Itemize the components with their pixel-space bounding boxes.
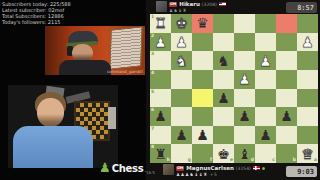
square-d2[interactable] [234, 33, 255, 52]
piece-white-p[interactable]: ♟ [301, 35, 314, 49]
rank-label: 4 [151, 71, 154, 76]
square-c4[interactable] [255, 70, 276, 89]
rank-label: 6 [151, 108, 154, 113]
norway-flag-icon [253, 166, 260, 170]
piece-black-p[interactable]: ♟ [175, 128, 188, 142]
square-b4[interactable] [276, 70, 297, 89]
stream-screen: Subscribers today: 225/588 Latest subscr… [0, 0, 320, 180]
piece-black-b[interactable]: ♝ [238, 147, 251, 161]
square-a3[interactable] [297, 51, 318, 70]
square-d7[interactable] [234, 126, 255, 145]
square-g8[interactable]: g [171, 144, 192, 163]
square-e8[interactable]: e♚ [213, 144, 234, 163]
logo-text: Chess [112, 163, 144, 174]
square-d8[interactable]: d♝ [234, 144, 255, 163]
window-blinds [109, 26, 142, 70]
top-title-badge: GM [169, 2, 177, 7]
square-b7[interactable] [276, 126, 297, 145]
chess-board[interactable]: 1♜♚♛2♟♟♟3♞♞♟4♟5♟6♟♟♟7♟♟♟8h♜gfe♚d♝cba♛ [150, 14, 318, 163]
square-h2[interactable]: 2♟ [150, 33, 171, 52]
piece-black-n[interactable]: ♞ [217, 54, 230, 68]
us-flag-icon [219, 2, 226, 6]
square-g7[interactable]: ♟ [171, 126, 192, 145]
material-score: +5 [210, 172, 218, 177]
square-e6[interactable] [213, 107, 234, 126]
top-player-clock: 8:57 [286, 2, 317, 13]
square-f1[interactable]: ♛ [192, 14, 213, 33]
subscriber-stats: Subscribers today: 225/588 Latest subscr… [2, 1, 71, 25]
square-b3[interactable] [276, 51, 297, 70]
piece-black-p[interactable]: ♟ [280, 109, 293, 123]
bottom-title-badge: GM [176, 166, 184, 171]
square-g6[interactable] [171, 107, 192, 126]
square-c2[interactable] [255, 33, 276, 52]
piece-black-p[interactable]: ♟ [259, 128, 272, 142]
piece-black-p[interactable]: ♟ [154, 109, 167, 123]
file-label: f [210, 158, 212, 163]
square-f8[interactable]: f [192, 144, 213, 163]
piece-white-p[interactable]: ♟ [259, 54, 272, 68]
bottom-player-rating: (3254) [236, 166, 251, 171]
square-d6[interactable]: ♟ [234, 107, 255, 126]
square-d3[interactable] [234, 51, 255, 70]
piece-white-p[interactable]: ♟ [238, 72, 251, 86]
square-d4[interactable]: ♟ [234, 70, 255, 89]
bottom-player-avatar[interactable] [163, 164, 174, 175]
square-d5[interactable] [234, 89, 255, 108]
bottom-player-bar: GM MagnusCarlsen (3254) [176, 165, 265, 171]
top-player-video [65, 31, 111, 75]
bottom-player-name[interactable]: MagnusCarlsen [186, 165, 234, 171]
file-label: a [314, 158, 317, 163]
file-label: c [272, 158, 275, 163]
square-f5[interactable] [192, 89, 213, 108]
square-g1[interactable]: ♚ [171, 14, 192, 33]
blue-shirt [13, 126, 93, 168]
piece-white-p[interactable]: ♟ [175, 35, 188, 49]
webcam-watermark: command_gambit [107, 69, 143, 74]
top-player-rating: (3208) [202, 2, 217, 7]
square-c1[interactable] [255, 14, 276, 33]
square-a5[interactable] [297, 89, 318, 108]
bottom-webcam [8, 85, 118, 168]
top-player-avatar[interactable] [156, 1, 167, 12]
square-d1[interactable] [234, 14, 255, 33]
file-label: h [167, 158, 170, 163]
square-c8[interactable]: c [255, 144, 276, 163]
captured-glyphs: ♟♟♟♞♝♝♜ [176, 172, 208, 177]
torso [59, 60, 111, 75]
square-c3[interactable]: ♟ [255, 51, 276, 70]
square-b2[interactable] [276, 33, 297, 52]
piece-white-r[interactable]: ♜ [154, 16, 167, 30]
square-h5[interactable]: 5 [150, 89, 171, 108]
square-b8[interactable]: b [276, 144, 297, 163]
square-a8[interactable]: a♛ [297, 144, 318, 163]
square-g5[interactable] [171, 89, 192, 108]
rank-label: 5 [151, 90, 154, 95]
file-label: d [251, 158, 254, 163]
square-f7[interactable]: ♟ [192, 126, 213, 145]
square-e4[interactable] [213, 70, 234, 89]
stat-line-todays-followers: Today's followers: 2115 [2, 19, 71, 25]
square-f6[interactable] [192, 107, 213, 126]
square-a7[interactable] [297, 126, 318, 145]
rank-label: 8 [151, 145, 154, 150]
piece-white-q[interactable]: ♛ [301, 147, 314, 161]
top-player-bar: GM Hikaru (3208) [169, 1, 226, 7]
rank-label: 1 [151, 15, 154, 20]
top-player-name[interactable]: Hikaru [179, 1, 200, 7]
square-f2[interactable] [192, 33, 213, 52]
file-label: g [188, 158, 191, 163]
rank-label: 7 [151, 127, 154, 132]
rank-label: 3 [151, 52, 154, 57]
piece-black-p[interactable]: ♟ [217, 91, 230, 105]
bottom-player-clock: 9:03 [286, 166, 317, 177]
file-label: e [230, 158, 233, 163]
piece-black-p[interactable]: ♟ [196, 128, 209, 142]
green-pawn-icon: ♟ [99, 161, 111, 174]
square-c5[interactable] [255, 89, 276, 108]
square-a2[interactable]: ♟ [297, 33, 318, 52]
square-b1[interactable] [276, 14, 297, 33]
square-c7[interactable]: ♟ [255, 126, 276, 145]
square-c6[interactable] [255, 107, 276, 126]
square-g4[interactable] [171, 70, 192, 89]
square-e3[interactable]: ♞ [213, 51, 234, 70]
square-h7[interactable]: 7 [150, 126, 171, 145]
piece-black-q[interactable]: ♛ [196, 16, 209, 30]
piece-black-k[interactable]: ♚ [217, 147, 230, 161]
square-e7[interactable] [213, 126, 234, 145]
online-dot-icon [262, 167, 265, 170]
square-b5[interactable] [276, 89, 297, 108]
file-label: b [293, 158, 296, 163]
square-h8[interactable]: 8h♜ [150, 144, 171, 163]
piece-white-k[interactable]: ♚ [175, 16, 188, 30]
piece-black-p[interactable]: ♟ [238, 109, 251, 123]
square-f4[interactable] [192, 70, 213, 89]
bottom-player-video [8, 85, 118, 168]
square-h1[interactable]: 1♜ [150, 14, 171, 33]
face [37, 98, 64, 127]
square-h3[interactable]: 3 [150, 51, 171, 70]
overlay-corner-stat: 16.5 [146, 170, 155, 175]
top-captured-pieces: ♟♞♝♜ [169, 8, 187, 13]
square-f3[interactable] [192, 51, 213, 70]
square-e5[interactable]: ♟ [213, 89, 234, 108]
bottom-captured-pieces: ♟♟♟♞♝♝♜+5 [176, 172, 217, 177]
square-a1[interactable] [297, 14, 318, 33]
square-a4[interactable] [297, 70, 318, 89]
square-e1[interactable] [213, 14, 234, 33]
square-e2[interactable] [213, 33, 234, 52]
rank-label: 2 [151, 34, 154, 39]
square-h6[interactable]: 6♟ [150, 107, 171, 126]
square-g2[interactable]: ♟ [171, 33, 192, 52]
square-g3[interactable]: ♞ [171, 51, 192, 70]
square-h4[interactable]: 4 [150, 70, 171, 89]
top-webcam: command_gambit [45, 26, 145, 75]
piece-white-n[interactable]: ♞ [175, 54, 188, 68]
piece-black-r[interactable]: ♜ [154, 147, 167, 161]
piece-white-p[interactable]: ♟ [154, 35, 167, 49]
square-b6[interactable]: ♟ [276, 107, 297, 126]
square-a6[interactable] [297, 107, 318, 126]
